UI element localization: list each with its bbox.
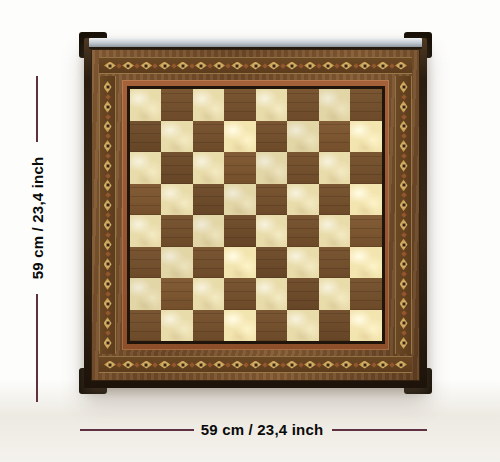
square-c8 bbox=[193, 89, 225, 121]
inlay-band-right bbox=[395, 76, 412, 354]
inlay-separator-icon bbox=[105, 232, 111, 238]
inlay-separator-icon bbox=[116, 63, 122, 69]
square-h6 bbox=[350, 152, 382, 184]
inlay-diamond-icon bbox=[104, 337, 112, 349]
square-a8 bbox=[130, 89, 162, 121]
inlay-separator-icon bbox=[401, 114, 407, 120]
square-f4 bbox=[287, 215, 319, 247]
inlay-diamond-icon bbox=[250, 361, 262, 369]
inlay-diamond-icon bbox=[400, 298, 408, 310]
inlay-separator-icon bbox=[105, 271, 111, 277]
inlay-diamond-icon bbox=[159, 62, 171, 70]
inlay-separator-icon bbox=[335, 362, 341, 368]
square-f2 bbox=[287, 278, 319, 310]
square-d1 bbox=[224, 310, 256, 342]
inlay-diamond-icon bbox=[304, 361, 316, 369]
square-f8 bbox=[287, 89, 319, 121]
inlay-diamond-icon bbox=[104, 120, 112, 132]
wood-frame bbox=[91, 49, 420, 381]
inlay-separator-icon bbox=[353, 63, 359, 69]
inlay-diamond-icon bbox=[104, 298, 112, 310]
square-d7 bbox=[224, 121, 256, 153]
square-c3 bbox=[193, 247, 225, 279]
inlay-diamond-icon bbox=[122, 62, 134, 70]
inlay-separator-icon bbox=[262, 362, 268, 368]
inlay-separator-icon bbox=[401, 271, 407, 277]
square-g1 bbox=[319, 310, 351, 342]
inlay-diamond-icon bbox=[400, 199, 408, 211]
inlay-separator-icon bbox=[225, 63, 231, 69]
inlay-separator-icon bbox=[401, 173, 407, 179]
inlay-diamond-icon bbox=[400, 101, 408, 113]
inlay-diamond-icon bbox=[104, 199, 112, 211]
inlay-separator-icon bbox=[134, 63, 140, 69]
square-h8 bbox=[350, 89, 382, 121]
inlay-diamond-icon bbox=[104, 219, 112, 231]
inlay-separator-icon bbox=[316, 63, 322, 69]
square-e6 bbox=[256, 152, 288, 184]
square-c6 bbox=[193, 152, 225, 184]
inlay-separator-icon bbox=[262, 63, 268, 69]
playing-field bbox=[130, 89, 382, 341]
inlay-separator-icon bbox=[371, 63, 377, 69]
square-e2 bbox=[256, 278, 288, 310]
square-c2 bbox=[193, 278, 225, 310]
inlay-separator-icon bbox=[298, 362, 304, 368]
inlay-diamond-icon bbox=[377, 62, 389, 70]
inlay-diamond-icon bbox=[268, 361, 280, 369]
square-a3 bbox=[130, 247, 162, 279]
square-d6 bbox=[224, 152, 256, 184]
inlay-separator-icon bbox=[280, 362, 286, 368]
inlay-separator-icon bbox=[189, 63, 195, 69]
square-c4 bbox=[193, 215, 225, 247]
inlay-diamond-icon bbox=[340, 361, 352, 369]
square-c1 bbox=[193, 310, 225, 342]
square-d4 bbox=[224, 215, 256, 247]
square-d5 bbox=[224, 184, 256, 216]
inlay-diamond-icon bbox=[395, 62, 407, 70]
inlay-separator-icon bbox=[105, 212, 111, 218]
inlay-diamond-icon bbox=[213, 62, 225, 70]
inlay-diamond-icon bbox=[268, 62, 280, 70]
inlay-separator-icon bbox=[389, 63, 395, 69]
inlay-diamond-icon bbox=[400, 239, 408, 251]
bevel-highlight bbox=[89, 38, 422, 49]
inlay-diamond-icon bbox=[104, 62, 116, 70]
inlay-diamond-icon bbox=[195, 62, 207, 70]
square-e5 bbox=[256, 184, 288, 216]
inlay-diamond-icon bbox=[104, 258, 112, 270]
inlay-band-left bbox=[99, 76, 116, 354]
vertical-dimension-line-bottom bbox=[36, 294, 38, 402]
inlay-separator-icon bbox=[225, 362, 231, 368]
inlay-diamond-icon bbox=[400, 258, 408, 270]
inlay-separator-icon bbox=[171, 63, 177, 69]
square-f7 bbox=[287, 121, 319, 153]
inlay-separator-icon bbox=[335, 63, 341, 69]
inlay-separator-icon bbox=[105, 133, 111, 139]
height-dimension-label: 59 cm / 23,4 inch bbox=[29, 157, 46, 280]
inlay-separator-icon bbox=[401, 311, 407, 317]
square-a2 bbox=[130, 278, 162, 310]
inlay-separator-icon bbox=[401, 252, 407, 258]
square-h7 bbox=[350, 121, 382, 153]
square-g8 bbox=[319, 89, 351, 121]
inlay-separator-icon bbox=[207, 63, 213, 69]
inlay-separator-icon bbox=[105, 252, 111, 258]
inlay-diamond-icon bbox=[177, 361, 189, 369]
inlay-separator-icon bbox=[116, 362, 122, 368]
inlay-diamond-icon bbox=[231, 62, 243, 70]
horizontal-dimension-line-right bbox=[332, 429, 427, 431]
inlay-separator-icon bbox=[105, 173, 111, 179]
inlay-separator-icon bbox=[280, 63, 286, 69]
inlay-separator-icon bbox=[105, 94, 111, 100]
inlay-diamond-icon bbox=[400, 337, 408, 349]
square-f5 bbox=[287, 184, 319, 216]
inlay-separator-icon bbox=[153, 63, 159, 69]
square-b5 bbox=[161, 184, 193, 216]
inlay-separator-icon bbox=[401, 232, 407, 238]
inlay-diamond-icon bbox=[400, 81, 408, 93]
square-b7 bbox=[161, 121, 193, 153]
inlay-diamond-icon bbox=[104, 179, 112, 191]
square-a5 bbox=[130, 184, 162, 216]
square-d2 bbox=[224, 278, 256, 310]
inlay-separator-icon bbox=[401, 330, 407, 336]
inlay-diamond-icon bbox=[395, 361, 407, 369]
inlay-diamond-icon bbox=[400, 179, 408, 191]
inlay-diamond-icon bbox=[213, 361, 225, 369]
inlay-diamond-icon bbox=[359, 361, 371, 369]
inlay-diamond-icon bbox=[104, 239, 112, 251]
inlay-separator-icon bbox=[105, 114, 111, 120]
inlay-separator-icon bbox=[401, 94, 407, 100]
width-dimension-label: 59 cm / 23,4 inch bbox=[201, 421, 324, 438]
square-h3 bbox=[350, 247, 382, 279]
square-h5 bbox=[350, 184, 382, 216]
inlay-diamond-icon bbox=[400, 160, 408, 172]
square-g5 bbox=[319, 184, 351, 216]
square-g2 bbox=[319, 278, 351, 310]
inlay-diamond-icon bbox=[104, 278, 112, 290]
inlay-separator-icon bbox=[207, 362, 213, 368]
square-g4 bbox=[319, 215, 351, 247]
square-d3 bbox=[224, 247, 256, 279]
square-e4 bbox=[256, 215, 288, 247]
inlay-band-bottom bbox=[99, 356, 412, 373]
inlay-diamond-icon bbox=[286, 361, 298, 369]
inlay-separator-icon bbox=[353, 362, 359, 368]
inlay-diamond-icon bbox=[159, 361, 171, 369]
copper-inlay-ring bbox=[122, 80, 389, 350]
square-b6 bbox=[161, 152, 193, 184]
inlay-diamond-icon bbox=[377, 361, 389, 369]
inlay-diamond-icon bbox=[177, 62, 189, 70]
inlay-separator-icon bbox=[153, 362, 159, 368]
inlay-separator-icon bbox=[371, 362, 377, 368]
inlay-diamond-icon bbox=[250, 62, 262, 70]
inlay-diamond-icon bbox=[195, 361, 207, 369]
square-h2 bbox=[350, 278, 382, 310]
inlay-diamond-icon bbox=[104, 140, 112, 152]
vertical-dimension-line-top bbox=[36, 76, 38, 142]
inlay-diamond-icon bbox=[400, 219, 408, 231]
inlay-separator-icon bbox=[316, 362, 322, 368]
inlay-separator-icon bbox=[401, 133, 407, 139]
inlay-diamond-icon bbox=[400, 120, 408, 132]
inlay-diamond-icon bbox=[322, 62, 334, 70]
square-d8 bbox=[224, 89, 256, 121]
square-g7 bbox=[319, 121, 351, 153]
square-g3 bbox=[319, 247, 351, 279]
inlay-diamond-icon bbox=[104, 160, 112, 172]
horizontal-dimension-line-left bbox=[80, 429, 194, 431]
inlay-diamond-icon bbox=[400, 140, 408, 152]
square-b3 bbox=[161, 247, 193, 279]
inlay-diamond-icon bbox=[122, 361, 134, 369]
inlay-diamond-icon bbox=[322, 361, 334, 369]
inlay-separator-icon bbox=[105, 153, 111, 159]
square-a1 bbox=[130, 310, 162, 342]
square-h1 bbox=[350, 310, 382, 342]
square-e7 bbox=[256, 121, 288, 153]
square-e8 bbox=[256, 89, 288, 121]
square-f1 bbox=[287, 310, 319, 342]
chess-board-product-photo bbox=[82, 30, 429, 398]
inlay-separator-icon bbox=[401, 212, 407, 218]
square-a6 bbox=[130, 152, 162, 184]
inlay-diamond-icon bbox=[231, 361, 243, 369]
inlay-separator-icon bbox=[244, 63, 250, 69]
inlay-separator-icon bbox=[189, 362, 195, 368]
square-a7 bbox=[130, 121, 162, 153]
square-e1 bbox=[256, 310, 288, 342]
inlay-separator-icon bbox=[401, 291, 407, 297]
inlay-separator-icon bbox=[134, 362, 140, 368]
inlay-diamond-icon bbox=[104, 361, 116, 369]
square-e3 bbox=[256, 247, 288, 279]
inlay-separator-icon bbox=[401, 192, 407, 198]
inlay-diamond-icon bbox=[104, 81, 112, 93]
square-c5 bbox=[193, 184, 225, 216]
inlay-diamond-icon bbox=[104, 317, 112, 329]
board-frame bbox=[84, 38, 427, 388]
inlay-separator-icon bbox=[105, 330, 111, 336]
inlay-separator-icon bbox=[105, 192, 111, 198]
inlay-diamond-icon bbox=[140, 62, 152, 70]
square-c7 bbox=[193, 121, 225, 153]
inlay-band-top bbox=[99, 57, 412, 74]
inlay-diamond-icon bbox=[359, 62, 371, 70]
square-a4 bbox=[130, 215, 162, 247]
inlay-diamond-icon bbox=[286, 62, 298, 70]
square-f3 bbox=[287, 247, 319, 279]
square-f6 bbox=[287, 152, 319, 184]
inlay-separator-icon bbox=[389, 362, 395, 368]
inlay-diamond-icon bbox=[104, 101, 112, 113]
inlay-separator-icon bbox=[105, 291, 111, 297]
square-b4 bbox=[161, 215, 193, 247]
field-border bbox=[127, 86, 385, 344]
square-b8 bbox=[161, 89, 193, 121]
inlay-diamond-icon bbox=[304, 62, 316, 70]
square-g6 bbox=[319, 152, 351, 184]
inlay-separator-icon bbox=[171, 362, 177, 368]
inlay-separator-icon bbox=[401, 153, 407, 159]
square-b1 bbox=[161, 310, 193, 342]
inlay-separator-icon bbox=[105, 311, 111, 317]
square-b2 bbox=[161, 278, 193, 310]
inlay-diamond-icon bbox=[400, 317, 408, 329]
inlay-separator-icon bbox=[244, 362, 250, 368]
inlay-diamond-icon bbox=[340, 62, 352, 70]
inlay-diamond-icon bbox=[140, 361, 152, 369]
inlay-diamond-icon bbox=[400, 278, 408, 290]
square-h4 bbox=[350, 215, 382, 247]
inlay-separator-icon bbox=[298, 63, 304, 69]
